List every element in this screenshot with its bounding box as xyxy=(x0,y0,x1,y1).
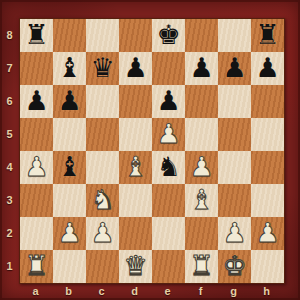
square-e7[interactable] xyxy=(152,52,185,85)
white-pawn-f4: ♟ xyxy=(189,150,213,183)
black-knight-e4: ♞ xyxy=(156,150,180,183)
file-label-a: a xyxy=(19,283,52,299)
square-a1[interactable]: ♜ xyxy=(20,250,53,283)
rank-label-2: 2 xyxy=(0,216,19,249)
black-pawn-f7: ♟ xyxy=(189,51,213,84)
white-rook-f1: ♜ xyxy=(189,249,213,282)
square-g7[interactable]: ♟ xyxy=(218,52,251,85)
rank-label-5: 5 xyxy=(0,117,19,150)
white-king-g1: ♚ xyxy=(222,249,246,282)
square-g4[interactable] xyxy=(218,151,251,184)
square-c7[interactable]: ♛ xyxy=(86,52,119,85)
square-f8[interactable] xyxy=(185,19,218,52)
square-g6[interactable] xyxy=(218,85,251,118)
square-g8[interactable] xyxy=(218,19,251,52)
square-a5[interactable] xyxy=(20,118,53,151)
white-queen-d1: ♛ xyxy=(123,249,147,282)
square-d7[interactable]: ♟ xyxy=(119,52,152,85)
square-f6[interactable] xyxy=(185,85,218,118)
square-e3[interactable] xyxy=(152,184,185,217)
file-label-h: h xyxy=(250,283,283,299)
black-king-e8: ♚ xyxy=(156,18,180,51)
square-c4[interactable] xyxy=(86,151,119,184)
rank-label-8: 8 xyxy=(0,18,19,51)
square-b4[interactable]: ♝ xyxy=(53,151,86,184)
square-a4[interactable]: ♟ xyxy=(20,151,53,184)
square-c2[interactable]: ♟ xyxy=(86,217,119,250)
white-pawn-g2: ♟ xyxy=(222,216,246,249)
black-pawn-d7: ♟ xyxy=(123,51,147,84)
square-c8[interactable] xyxy=(86,19,119,52)
square-g2[interactable]: ♟ xyxy=(218,217,251,250)
rank-label-1: 1 xyxy=(0,249,19,282)
square-f3[interactable]: ♝ xyxy=(185,184,218,217)
black-pawn-b6: ♟ xyxy=(57,84,81,117)
square-a3[interactable] xyxy=(20,184,53,217)
rank-labels: 87654321 xyxy=(0,18,19,282)
square-d4[interactable]: ♝ xyxy=(119,151,152,184)
file-labels: abcdefgh xyxy=(19,283,283,300)
square-b6[interactable]: ♟ xyxy=(53,85,86,118)
black-bishop-b4: ♝ xyxy=(57,150,81,183)
square-c5[interactable] xyxy=(86,118,119,151)
square-f4[interactable]: ♟ xyxy=(185,151,218,184)
black-pawn-h7: ♟ xyxy=(255,51,279,84)
white-pawn-b2: ♟ xyxy=(57,216,81,249)
file-label-g: g xyxy=(217,283,250,299)
square-e8[interactable]: ♚ xyxy=(152,19,185,52)
file-label-b: b xyxy=(52,283,85,299)
square-h4[interactable] xyxy=(251,151,284,184)
white-knight-c3: ♞ xyxy=(90,183,114,216)
square-e5[interactable]: ♟ xyxy=(152,118,185,151)
square-b5[interactable] xyxy=(53,118,86,151)
rank-label-4: 4 xyxy=(0,150,19,183)
square-b7[interactable]: ♝ xyxy=(53,52,86,85)
white-bishop-d4: ♝ xyxy=(123,150,147,183)
chess-board: ♜♚♜♝♛♟♟♟♟♟♟♟♟♟♝♝♞♟♞♝♟♟♟♟♜♛♜♚ xyxy=(19,18,285,284)
square-d5[interactable] xyxy=(119,118,152,151)
white-pawn-c2: ♟ xyxy=(90,216,114,249)
square-f7[interactable]: ♟ xyxy=(185,52,218,85)
square-h5[interactable] xyxy=(251,118,284,151)
square-b3[interactable] xyxy=(53,184,86,217)
rank-label-3: 3 xyxy=(0,183,19,216)
black-rook-a8: ♜ xyxy=(24,18,48,51)
square-a7[interactable] xyxy=(20,52,53,85)
rank-label-7: 7 xyxy=(0,51,19,84)
square-c3[interactable]: ♞ xyxy=(86,184,119,217)
square-h1[interactable] xyxy=(251,250,284,283)
white-rook-a1: ♜ xyxy=(24,249,48,282)
file-label-f: f xyxy=(184,283,217,299)
square-d3[interactable] xyxy=(119,184,152,217)
white-bishop-f3: ♝ xyxy=(189,183,213,216)
square-e1[interactable] xyxy=(152,250,185,283)
square-h3[interactable] xyxy=(251,184,284,217)
white-pawn-e5: ♟ xyxy=(156,117,180,150)
white-pawn-h2: ♟ xyxy=(255,216,279,249)
black-queen-c7: ♛ xyxy=(90,51,114,84)
black-bishop-b7: ♝ xyxy=(57,51,81,84)
square-c6[interactable] xyxy=(86,85,119,118)
square-a6[interactable]: ♟ xyxy=(20,85,53,118)
white-pawn-a4: ♟ xyxy=(24,150,48,183)
file-label-e: e xyxy=(151,283,184,299)
square-a2[interactable] xyxy=(20,217,53,250)
square-b1[interactable] xyxy=(53,250,86,283)
square-a8[interactable]: ♜ xyxy=(20,19,53,52)
square-c1[interactable] xyxy=(86,250,119,283)
square-h6[interactable] xyxy=(251,85,284,118)
file-label-c: c xyxy=(85,283,118,299)
square-e4[interactable]: ♞ xyxy=(152,151,185,184)
black-rook-h8: ♜ xyxy=(255,18,279,51)
square-e6[interactable]: ♟ xyxy=(152,85,185,118)
square-d8[interactable] xyxy=(119,19,152,52)
square-b8[interactable] xyxy=(53,19,86,52)
square-g5[interactable] xyxy=(218,118,251,151)
square-e2[interactable] xyxy=(152,217,185,250)
square-d1[interactable]: ♛ xyxy=(119,250,152,283)
square-b2[interactable]: ♟ xyxy=(53,217,86,250)
square-d6[interactable] xyxy=(119,85,152,118)
square-h7[interactable]: ♟ xyxy=(251,52,284,85)
square-h2[interactable]: ♟ xyxy=(251,217,284,250)
square-f1[interactable]: ♜ xyxy=(185,250,218,283)
square-g1[interactable]: ♚ xyxy=(218,250,251,283)
black-pawn-g7: ♟ xyxy=(222,51,246,84)
square-f2[interactable] xyxy=(185,217,218,250)
square-f5[interactable] xyxy=(185,118,218,151)
square-g3[interactable] xyxy=(218,184,251,217)
chess-board-frame: ♜♚♜♝♛♟♟♟♟♟♟♟♟♟♝♝♞♟♞♝♟♟♟♟♜♛♜♚ 87654321 ab… xyxy=(0,0,300,300)
square-d2[interactable] xyxy=(119,217,152,250)
square-h8[interactable]: ♜ xyxy=(251,19,284,52)
file-label-d: d xyxy=(118,283,151,299)
black-pawn-e6: ♟ xyxy=(156,84,180,117)
rank-label-6: 6 xyxy=(0,84,19,117)
black-pawn-a6: ♟ xyxy=(24,84,48,117)
